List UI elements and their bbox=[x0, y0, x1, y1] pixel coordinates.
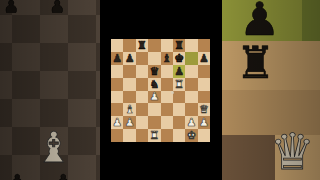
square-a6 bbox=[111, 65, 123, 78]
square-e1 bbox=[161, 129, 173, 142]
bg-white-queen-icon: ♛ bbox=[270, 127, 320, 180]
white-pawn-a2: ♟ bbox=[112, 117, 122, 128]
square-c6 bbox=[136, 65, 148, 78]
bg-black-pawn-icon: ♟ bbox=[42, 0, 82, 13]
background-board-left: ♟♟♝♟♟ bbox=[0, 0, 100, 180]
square-f7: ♚ bbox=[173, 52, 185, 65]
square-c7 bbox=[136, 52, 148, 65]
square-g6 bbox=[185, 65, 197, 78]
video-frame[interactable]: ♟♟♝♟♟ ♟♜♛ ♜♜♟♟♝♚♟♛♟♞♜♟♝♛♟♟♟♟♜♚ bbox=[0, 0, 320, 180]
square-h7: ♟ bbox=[198, 52, 210, 65]
square-d1: ♜ bbox=[148, 129, 160, 142]
bg-black-rook-icon: ♜ bbox=[236, 41, 286, 89]
square-a7: ♟ bbox=[111, 52, 123, 65]
square-e2 bbox=[161, 116, 173, 129]
bg-black-pawn-icon: ♟ bbox=[42, 0, 82, 13]
square-g2: ♟ bbox=[185, 116, 197, 129]
square-b4 bbox=[123, 91, 135, 104]
square-a1 bbox=[111, 129, 123, 142]
chess-board: ♜♜♟♟♝♚♟♛♟♞♜♟♝♛♟♟♟♟♜♚ bbox=[111, 39, 210, 142]
bg-black-piece-top-icon: ♟ bbox=[4, 171, 38, 180]
black-knight-d5: ♞ bbox=[149, 78, 159, 89]
square-e5 bbox=[161, 78, 173, 91]
square-a2: ♟ bbox=[111, 116, 123, 129]
square-f6: ♟ bbox=[173, 65, 185, 78]
white-king-g1: ♚ bbox=[187, 130, 197, 141]
square-c1 bbox=[136, 129, 148, 142]
bg-black-pawn-icon: ♟ bbox=[239, 0, 291, 40]
square-d4: ♟ bbox=[148, 91, 160, 104]
bg-black-piece-top-icon: ♟ bbox=[4, 171, 38, 180]
square-b7: ♟ bbox=[123, 52, 135, 65]
square-d5: ♞ bbox=[148, 78, 160, 91]
bg-black-pawn-icon: ♟ bbox=[0, 0, 36, 13]
square-f5: ♜ bbox=[173, 78, 185, 91]
square-c8: ♜ bbox=[136, 39, 148, 52]
black-king-f7: ♚ bbox=[174, 52, 184, 63]
black-pawn-f6: ♟ bbox=[174, 65, 184, 76]
square-b8 bbox=[123, 39, 135, 52]
background-square bbox=[302, 0, 320, 41]
square-h4 bbox=[198, 91, 210, 104]
square-f1 bbox=[173, 129, 185, 142]
square-a5 bbox=[111, 78, 123, 91]
background-square bbox=[222, 135, 275, 180]
white-pawn-g2: ♟ bbox=[187, 117, 197, 128]
white-queen-h3: ♛ bbox=[199, 104, 209, 115]
black-pawn-h7: ♟ bbox=[199, 52, 209, 63]
square-g7 bbox=[185, 52, 197, 65]
square-e6 bbox=[161, 65, 173, 78]
square-c5 bbox=[136, 78, 148, 91]
square-c2 bbox=[136, 116, 148, 129]
letterbox-panel: ♜♜♟♟♝♚♟♛♟♞♜♟♝♛♟♟♟♟♜♚ bbox=[100, 0, 222, 180]
square-f2 bbox=[173, 116, 185, 129]
background-board-right: ♟♜♛ bbox=[222, 0, 320, 180]
black-pawn-b7: ♟ bbox=[125, 52, 135, 63]
square-b1 bbox=[123, 129, 135, 142]
white-pawn-b2: ♟ bbox=[125, 117, 135, 128]
bg-black-pawn-icon: ♟ bbox=[239, 0, 291, 40]
white-rook-f5: ♜ bbox=[174, 78, 184, 89]
square-b5 bbox=[123, 78, 135, 91]
square-h2: ♟ bbox=[198, 116, 210, 129]
square-g1: ♚ bbox=[185, 129, 197, 142]
black-queen-d6: ♛ bbox=[149, 65, 159, 76]
bg-black-rook-icon: ♜ bbox=[236, 41, 286, 85]
square-b6 bbox=[123, 65, 135, 78]
white-rook-d1: ♜ bbox=[149, 130, 159, 141]
square-e8 bbox=[161, 39, 173, 52]
cursor-dot bbox=[171, 91, 174, 94]
black-rook-f8: ♜ bbox=[174, 39, 184, 50]
bg-black-piece-top-icon: ♟ bbox=[50, 171, 84, 180]
square-b2: ♟ bbox=[123, 116, 135, 129]
square-a3 bbox=[111, 103, 123, 116]
square-d2 bbox=[148, 116, 160, 129]
square-e7: ♝ bbox=[161, 52, 173, 65]
bg-white-bishop-icon: ♝ bbox=[35, 127, 81, 173]
square-b3: ♝ bbox=[123, 103, 135, 116]
square-h3: ♛ bbox=[198, 103, 210, 116]
square-g8 bbox=[185, 39, 197, 52]
bg-white-bishop-icon: ♝ bbox=[35, 127, 81, 169]
square-d6: ♛ bbox=[148, 65, 160, 78]
square-h8 bbox=[198, 39, 210, 52]
bg-black-piece-top-icon: ♟ bbox=[50, 171, 84, 180]
bg-black-pawn-icon: ♟ bbox=[0, 0, 36, 13]
square-g3 bbox=[185, 103, 197, 116]
white-pawn-d4: ♟ bbox=[149, 91, 159, 102]
square-g5 bbox=[185, 78, 197, 91]
square-c4 bbox=[136, 91, 148, 104]
square-f4 bbox=[173, 91, 185, 104]
black-pawn-a7: ♟ bbox=[112, 52, 122, 63]
black-bishop-e7: ♝ bbox=[162, 52, 172, 63]
square-h5 bbox=[198, 78, 210, 91]
square-c3 bbox=[136, 103, 148, 116]
white-pawn-h2: ♟ bbox=[199, 117, 209, 128]
square-f3 bbox=[173, 103, 185, 116]
square-d3 bbox=[148, 103, 160, 116]
square-d7 bbox=[148, 52, 160, 65]
square-a4 bbox=[111, 91, 123, 104]
square-h1 bbox=[198, 129, 210, 142]
square-d8 bbox=[148, 39, 160, 52]
square-g4 bbox=[185, 91, 197, 104]
bg-white-queen-icon: ♛ bbox=[270, 127, 320, 177]
square-f8: ♜ bbox=[173, 39, 185, 52]
white-bishop-b3: ♝ bbox=[125, 104, 135, 115]
square-e3 bbox=[161, 103, 173, 116]
square-h6 bbox=[198, 65, 210, 78]
black-rook-c8: ♜ bbox=[137, 39, 147, 50]
square-a8 bbox=[111, 39, 123, 52]
